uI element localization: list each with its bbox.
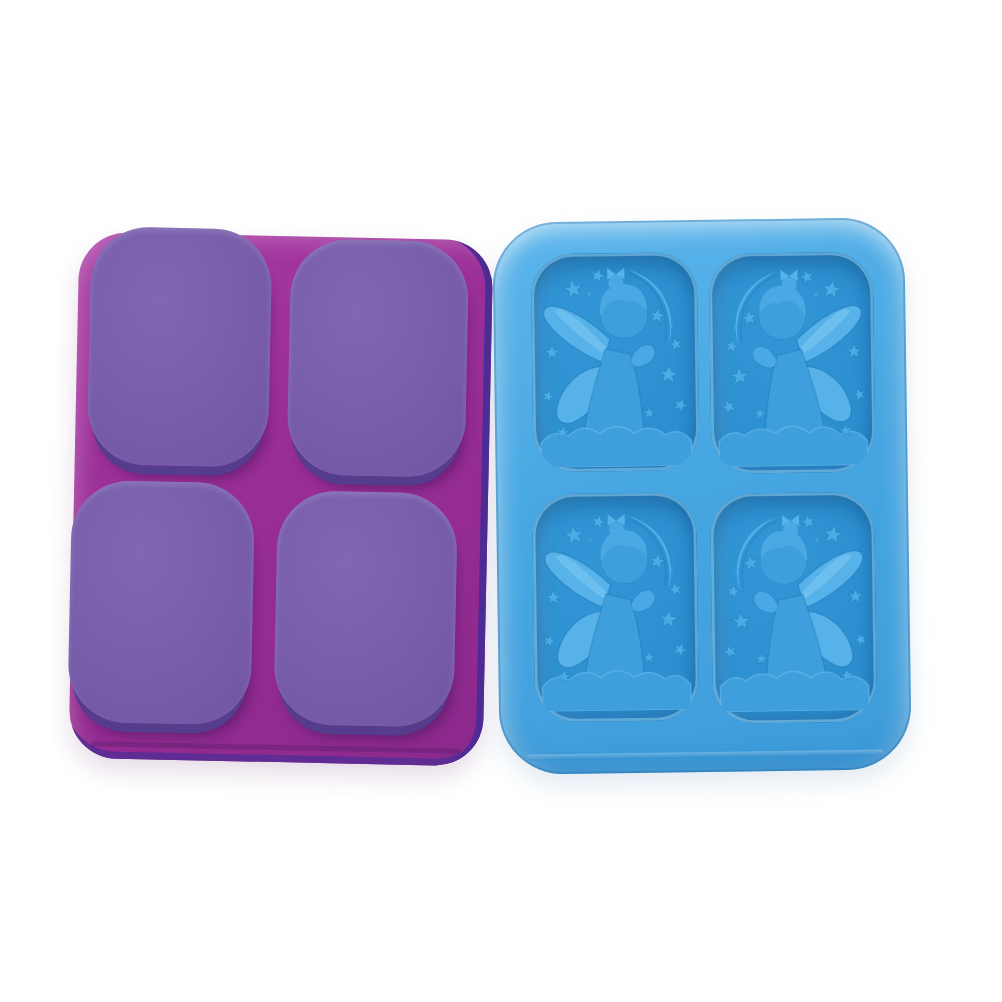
- blue-soap-mold: [492, 217, 912, 775]
- angel-cavity-top-left: [531, 252, 700, 472]
- angel-cavity-bottom-left: [532, 492, 699, 722]
- praying-angel-relief: [536, 496, 695, 718]
- angel-cavity-bottom-right: [710, 492, 877, 724]
- praying-angel-relief-mirrored: [713, 256, 872, 470]
- angel-cavity-top-right: [709, 252, 876, 474]
- praying-angel-relief-mirrored: [714, 496, 873, 720]
- purple-cavity-dome-bottom-left: [67, 480, 255, 726]
- blue-mold-bottom-rim: [528, 749, 884, 760]
- purple-cavity-dome-top-left: [87, 226, 273, 468]
- praying-angel-relief: [535, 256, 696, 468]
- purple-cavity-dome-bottom-right: [273, 490, 458, 728]
- product-photo: Overhead photo of two four-cavity rectan…: [0, 0, 1002, 1002]
- purple-soap-mold: [52, 221, 499, 770]
- purple-cavity-dome-top-right: [286, 238, 469, 478]
- blue-mold-tray: [492, 217, 912, 775]
